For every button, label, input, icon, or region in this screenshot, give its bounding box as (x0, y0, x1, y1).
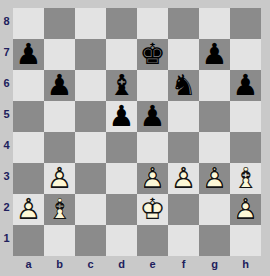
white-pawn: ♟♙ (13, 194, 44, 225)
square-a1[interactable] (13, 225, 44, 256)
square-d7[interactable] (106, 39, 137, 70)
square-b5[interactable] (44, 101, 75, 132)
square-h3[interactable]: ♝♗ (230, 163, 261, 194)
rank-label-7: 7 (0, 39, 13, 70)
square-a3[interactable] (13, 163, 44, 194)
square-a8[interactable] (13, 8, 44, 39)
white-pawn: ♟♙ (168, 163, 199, 194)
black-pawn: ♟ (13, 39, 44, 70)
square-a2[interactable]: ♟♙ (13, 194, 44, 225)
rank-label-8: 8 (0, 8, 13, 39)
rank-label-4: 4 (0, 132, 13, 163)
square-d5[interactable]: ♟ (106, 101, 137, 132)
square-c4[interactable] (75, 132, 106, 163)
square-c2[interactable] (75, 194, 106, 225)
rank-label-6: 6 (0, 70, 13, 101)
black-pawn: ♟ (137, 101, 168, 132)
file-labels: abcdefgh (13, 256, 261, 276)
square-h2[interactable]: ♟♙ (230, 194, 261, 225)
white-pawn: ♟♙ (137, 163, 168, 194)
square-c7[interactable] (75, 39, 106, 70)
file-label-a: a (13, 256, 44, 276)
rank-label-5: 5 (0, 101, 13, 132)
square-h8[interactable] (230, 8, 261, 39)
rank-labels: 87654321 (0, 8, 13, 256)
square-b6[interactable]: ♟ (44, 70, 75, 101)
square-c6[interactable] (75, 70, 106, 101)
square-f5[interactable] (168, 101, 199, 132)
square-g5[interactable] (199, 101, 230, 132)
square-e4[interactable] (137, 132, 168, 163)
chess-diagram: 87654321 ♟♚♟♟♝♞♟♟♟♟♙♟♙♟♙♟♙♝♗♟♙♝♗♚♔♟♙ abc… (0, 0, 270, 276)
square-h6[interactable]: ♟ (230, 70, 261, 101)
square-d1[interactable] (106, 225, 137, 256)
square-c1[interactable] (75, 225, 106, 256)
square-e5[interactable]: ♟ (137, 101, 168, 132)
square-d3[interactable] (106, 163, 137, 194)
square-b2[interactable]: ♝♗ (44, 194, 75, 225)
square-b8[interactable] (44, 8, 75, 39)
file-label-f: f (168, 256, 199, 276)
square-g6[interactable] (199, 70, 230, 101)
square-h7[interactable] (230, 39, 261, 70)
square-b7[interactable] (44, 39, 75, 70)
square-c3[interactable] (75, 163, 106, 194)
square-a6[interactable] (13, 70, 44, 101)
square-e1[interactable] (137, 225, 168, 256)
square-b1[interactable] (44, 225, 75, 256)
rank-label-1: 1 (0, 225, 13, 256)
square-d8[interactable] (106, 8, 137, 39)
chess-board: ♟♚♟♟♝♞♟♟♟♟♙♟♙♟♙♟♙♝♗♟♙♝♗♚♔♟♙ (13, 8, 261, 256)
square-g7[interactable]: ♟ (199, 39, 230, 70)
square-b3[interactable]: ♟♙ (44, 163, 75, 194)
file-label-h: h (230, 256, 261, 276)
file-label-d: d (106, 256, 137, 276)
white-pawn: ♟♙ (230, 194, 261, 225)
square-f2[interactable] (168, 194, 199, 225)
file-label-g: g (199, 256, 230, 276)
white-bishop: ♝♗ (44, 194, 75, 225)
square-d2[interactable] (106, 194, 137, 225)
square-a7[interactable]: ♟ (13, 39, 44, 70)
square-e7[interactable]: ♚ (137, 39, 168, 70)
white-bishop: ♝♗ (230, 163, 261, 194)
square-a5[interactable] (13, 101, 44, 132)
square-g2[interactable] (199, 194, 230, 225)
black-pawn: ♟ (106, 101, 137, 132)
square-c5[interactable] (75, 101, 106, 132)
square-g4[interactable] (199, 132, 230, 163)
square-e8[interactable] (137, 8, 168, 39)
square-a4[interactable] (13, 132, 44, 163)
square-f4[interactable] (168, 132, 199, 163)
square-f7[interactable] (168, 39, 199, 70)
file-label-e: e (137, 256, 168, 276)
file-label-b: b (44, 256, 75, 276)
white-king: ♚♔ (137, 194, 168, 225)
square-g1[interactable] (199, 225, 230, 256)
square-f6[interactable]: ♞ (168, 70, 199, 101)
square-b4[interactable] (44, 132, 75, 163)
black-king: ♚ (137, 39, 168, 70)
white-pawn: ♟♙ (44, 163, 75, 194)
square-f8[interactable] (168, 8, 199, 39)
white-pawn: ♟♙ (199, 163, 230, 194)
square-h4[interactable] (230, 132, 261, 163)
square-d6[interactable]: ♝ (106, 70, 137, 101)
rank-label-3: 3 (0, 163, 13, 194)
square-f1[interactable] (168, 225, 199, 256)
square-h1[interactable] (230, 225, 261, 256)
black-pawn: ♟ (230, 70, 261, 101)
black-knight: ♞ (168, 70, 199, 101)
black-pawn: ♟ (199, 39, 230, 70)
square-f3[interactable]: ♟♙ (168, 163, 199, 194)
square-g3[interactable]: ♟♙ (199, 163, 230, 194)
black-bishop: ♝ (106, 70, 137, 101)
square-e2[interactable]: ♚♔ (137, 194, 168, 225)
square-e6[interactable] (137, 70, 168, 101)
rank-label-2: 2 (0, 194, 13, 225)
file-label-c: c (75, 256, 106, 276)
square-h5[interactable] (230, 101, 261, 132)
square-e3[interactable]: ♟♙ (137, 163, 168, 194)
square-g8[interactable] (199, 8, 230, 39)
black-pawn: ♟ (44, 70, 75, 101)
square-d4[interactable] (106, 132, 137, 163)
square-c8[interactable] (75, 8, 106, 39)
